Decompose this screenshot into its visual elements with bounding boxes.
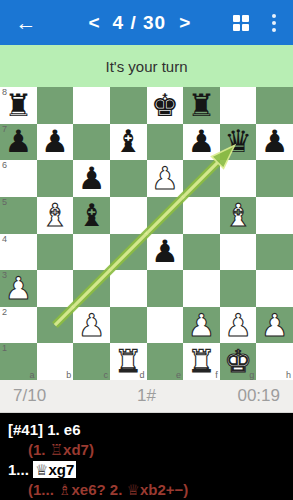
square-b5[interactable]: ♝: [37, 197, 74, 234]
move-token[interactable]: (1... ♗xe6? 2. ♕xb2+−): [28, 481, 188, 498]
square-a6[interactable]: 6: [0, 160, 37, 197]
chess-board: 8♜♚♜7♟♟♝♟♛♟6♟♟5♝♝♝4♟3♟2♟♟♟♟1abcd♜ef♜g♚h: [0, 87, 293, 380]
square-h4[interactable]: [256, 234, 293, 271]
square-a5[interactable]: 5: [0, 197, 37, 234]
square-h2[interactable]: ♟: [256, 307, 293, 344]
file-label-b: b: [66, 370, 71, 380]
square-c8[interactable]: [73, 87, 110, 124]
square-a4[interactable]: 4: [0, 234, 37, 271]
white-bishop-g5: ♝: [224, 200, 252, 231]
rank-label-6: 6: [2, 160, 7, 170]
square-a3[interactable]: 3♟: [0, 270, 37, 307]
puzzle-statusbar: 7/10 1# 00:19: [0, 380, 293, 413]
grid-view-icon: [233, 15, 249, 31]
square-b8[interactable]: [37, 87, 74, 124]
square-d1[interactable]: d♜: [110, 343, 147, 380]
file-label-h: h: [286, 370, 291, 380]
overflow-menu-icon: [265, 14, 283, 32]
black-pawn-h7: ♟: [261, 126, 289, 157]
score-indicator: 7/10: [13, 386, 46, 406]
move-list: [#41] 1. e6(1. ♖xd7)1... ♕xg7(1... ♗xe6?…: [0, 413, 293, 500]
square-c2[interactable]: ♟: [73, 307, 110, 344]
puzzle-goal: 1#: [137, 386, 156, 406]
square-e7[interactable]: [147, 124, 184, 161]
square-e3[interactable]: [147, 270, 184, 307]
square-e5[interactable]: [147, 197, 184, 234]
black-pawn-a7: ♟: [4, 126, 32, 157]
square-d3[interactable]: [110, 270, 147, 307]
square-f8[interactable]: ♜: [183, 87, 220, 124]
square-b3[interactable]: [37, 270, 74, 307]
square-b1[interactable]: b: [37, 343, 74, 380]
black-rook-f8: ♜: [188, 90, 216, 121]
toolbar-actions: [233, 14, 283, 32]
move-token[interactable]: 1...: [8, 461, 33, 478]
selected-move[interactable]: ♕xg7: [33, 461, 76, 478]
square-b2[interactable]: [37, 307, 74, 344]
square-f2[interactable]: ♟: [183, 307, 220, 344]
black-pawn-c6: ♟: [78, 163, 106, 194]
square-g7[interactable]: ♛: [220, 124, 257, 161]
turn-banner-text: It's your turn: [105, 58, 187, 75]
square-c4[interactable]: [73, 234, 110, 271]
square-e2[interactable]: [147, 307, 184, 344]
file-label-a: a: [30, 370, 35, 380]
square-e8[interactable]: ♚: [147, 87, 184, 124]
rank-label-2: 2: [2, 307, 7, 317]
black-rook-a8: ♜: [4, 90, 32, 121]
black-queen-g7: ♛: [224, 126, 252, 157]
rank-label-1: 1: [2, 343, 7, 353]
file-label-d: d: [139, 370, 144, 380]
white-rook-d1: ♜: [114, 346, 142, 377]
white-pawn-e6: ♟: [151, 163, 179, 194]
toolbar: ← < 4 / 30 >: [0, 0, 293, 45]
square-a1[interactable]: 1a: [0, 343, 37, 380]
previous-puzzle-button[interactable]: <: [88, 12, 99, 34]
square-h8[interactable]: [256, 87, 293, 124]
square-g5[interactable]: ♝: [220, 197, 257, 234]
square-d6[interactable]: [110, 160, 147, 197]
overflow-menu-button[interactable]: [265, 14, 283, 32]
back-arrow-icon: ←: [16, 11, 37, 35]
rank-label-5: 5: [2, 197, 7, 207]
back-button[interactable]: ←: [10, 7, 42, 39]
move-token[interactable]: [#41] 1. e6: [8, 421, 81, 438]
white-bishop-b5: ♝: [41, 200, 69, 231]
square-c7[interactable]: [73, 124, 110, 161]
square-b4[interactable]: [37, 234, 74, 271]
white-pawn-f2: ♟: [188, 310, 216, 341]
square-f1[interactable]: f♜: [183, 343, 220, 380]
grid-view-button[interactable]: [233, 15, 249, 31]
white-pawn-g2: ♟: [224, 310, 252, 341]
white-pawn-h2: ♟: [261, 310, 289, 341]
square-g4[interactable]: [220, 234, 257, 271]
square-a8[interactable]: 8♜: [0, 87, 37, 124]
file-label-g: g: [249, 370, 254, 380]
square-g1[interactable]: g♚: [220, 343, 257, 380]
square-g6[interactable]: [220, 160, 257, 197]
turn-banner: It's your turn: [0, 45, 293, 87]
white-rook-f1: ♜: [188, 346, 216, 377]
square-g8[interactable]: [220, 87, 257, 124]
move-token[interactable]: (1. ♖xd7): [28, 441, 94, 458]
square-f7[interactable]: ♟: [183, 124, 220, 161]
move-line: 1... ♕xg7: [8, 460, 285, 480]
square-f4[interactable]: [183, 234, 220, 271]
square-b6[interactable]: [37, 160, 74, 197]
square-g3[interactable]: [220, 270, 257, 307]
square-c1[interactable]: c: [73, 343, 110, 380]
square-a7[interactable]: 7♟: [0, 124, 37, 161]
rank-label-4: 4: [2, 234, 7, 244]
square-h1[interactable]: h: [256, 343, 293, 380]
square-d8[interactable]: [110, 87, 147, 124]
move-line: (1. ♖xd7): [8, 440, 285, 460]
file-label-c: c: [103, 370, 108, 380]
file-label-f: f: [215, 370, 218, 380]
board-grid: 8♜♚♜7♟♟♝♟♛♟6♟♟5♝♝♝4♟3♟2♟♟♟♟1abcd♜ef♜g♚h: [0, 87, 293, 380]
black-pawn-f7: ♟: [188, 126, 216, 157]
puzzle-navigation: < 4 / 30 >: [88, 0, 190, 45]
square-e4[interactable]: ♟: [147, 234, 184, 271]
square-d5[interactable]: [110, 197, 147, 234]
square-h7[interactable]: ♟: [256, 124, 293, 161]
square-b7[interactable]: ♟: [37, 124, 74, 161]
rank-label-7: 7: [2, 124, 7, 134]
square-a2[interactable]: 2: [0, 307, 37, 344]
timer: 00:19: [237, 386, 280, 406]
square-d2[interactable]: [110, 307, 147, 344]
square-e6[interactable]: ♟: [147, 160, 184, 197]
black-king-e8: ♚: [151, 90, 179, 121]
next-puzzle-button[interactable]: >: [179, 12, 190, 34]
black-bishop-c5: ♝: [78, 200, 106, 231]
square-g2[interactable]: ♟: [220, 307, 257, 344]
square-e1[interactable]: e: [147, 343, 184, 380]
square-d4[interactable]: [110, 234, 147, 271]
black-pawn-e4: ♟: [151, 236, 179, 267]
black-bishop-d7: ♝: [114, 126, 142, 157]
move-line: (1... ♗xe6? 2. ♕xb2+−): [8, 480, 285, 500]
square-h3[interactable]: [256, 270, 293, 307]
file-label-e: e: [176, 370, 181, 380]
puzzle-counter: 4 / 30: [113, 12, 167, 34]
white-king-g1: ♚: [224, 346, 252, 377]
rank-label-3: 3: [2, 270, 7, 280]
square-f5[interactable]: [183, 197, 220, 234]
square-f3[interactable]: [183, 270, 220, 307]
move-line: [#41] 1. e6: [8, 420, 285, 440]
square-d7[interactable]: ♝: [110, 124, 147, 161]
square-c6[interactable]: ♟: [73, 160, 110, 197]
square-c5[interactable]: ♝: [73, 197, 110, 234]
square-f6[interactable]: [183, 160, 220, 197]
chess-tactics-app: ← < 4 / 30 > It's your turn 8♜♚♜7♟♟♝♟♛♟6…: [0, 0, 293, 500]
white-pawn-a3: ♟: [4, 273, 32, 304]
black-pawn-b7: ♟: [41, 126, 69, 157]
square-h6[interactable]: [256, 160, 293, 197]
square-h5[interactable]: [256, 197, 293, 234]
white-pawn-c2: ♟: [78, 310, 106, 341]
square-c3[interactable]: [73, 270, 110, 307]
rank-label-8: 8: [2, 87, 7, 97]
